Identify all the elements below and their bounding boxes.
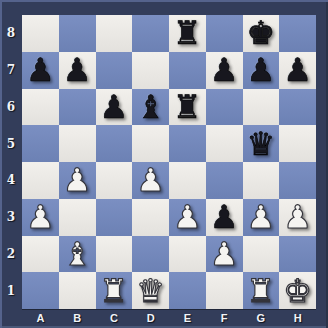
black-pawn[interactable]: ♟: [26, 54, 55, 86]
square-d7[interactable]: [132, 52, 169, 89]
square-a4[interactable]: [22, 162, 59, 199]
square-h8[interactable]: [279, 15, 316, 52]
square-h3[interactable]: ♟: [279, 199, 316, 236]
file-label-f: F: [206, 312, 243, 324]
square-e1[interactable]: [169, 272, 206, 309]
white-rook[interactable]: ♜: [100, 275, 129, 307]
file-labels: ABCDEFGH: [22, 310, 316, 326]
square-e7[interactable]: [169, 52, 206, 89]
file-label-a: A: [22, 312, 59, 324]
square-h1[interactable]: ♚: [279, 272, 316, 309]
square-f6[interactable]: [206, 89, 243, 126]
square-b6[interactable]: [59, 89, 96, 126]
white-rook[interactable]: ♜: [247, 275, 276, 307]
black-pawn[interactable]: ♟: [63, 54, 92, 86]
file-label-e: E: [169, 312, 206, 324]
square-g7[interactable]: ♟: [243, 52, 280, 89]
white-pawn[interactable]: ♟: [247, 201, 276, 233]
rank-labels: 87654321: [0, 15, 22, 309]
white-pawn[interactable]: ♟: [173, 201, 202, 233]
square-c5[interactable]: [96, 125, 133, 162]
square-f2[interactable]: ♟: [206, 236, 243, 273]
black-pawn[interactable]: ♟: [210, 201, 239, 233]
black-rook[interactable]: ♜: [173, 17, 202, 49]
square-c2[interactable]: [96, 236, 133, 273]
square-g3[interactable]: ♟: [243, 199, 280, 236]
rank-label-6: 6: [0, 89, 22, 126]
square-h6[interactable]: [279, 89, 316, 126]
file-label-h: H: [279, 312, 316, 324]
square-d6[interactable]: ♝: [132, 89, 169, 126]
rank-label-3: 3: [0, 199, 22, 236]
square-g1[interactable]: ♜: [243, 272, 280, 309]
square-h2[interactable]: [279, 236, 316, 273]
square-d4[interactable]: ♟: [132, 162, 169, 199]
square-d2[interactable]: [132, 236, 169, 273]
square-a7[interactable]: ♟: [22, 52, 59, 89]
square-e5[interactable]: [169, 125, 206, 162]
square-c6[interactable]: ♟: [96, 89, 133, 126]
square-a3[interactable]: ♟: [22, 199, 59, 236]
black-king[interactable]: ♚: [247, 17, 276, 49]
square-e8[interactable]: ♜: [169, 15, 206, 52]
chess-diagram-frame: 87654321 ♜♚♟♟♟♟♟♟♝♜♛♟♟♟♟♟♟♟♝♟♜♛♜♚ ABCDEF…: [0, 0, 328, 328]
square-a8[interactable]: [22, 15, 59, 52]
white-pawn[interactable]: ♟: [283, 201, 312, 233]
square-b8[interactable]: [59, 15, 96, 52]
square-g4[interactable]: [243, 162, 280, 199]
square-b5[interactable]: [59, 125, 96, 162]
white-bishop[interactable]: ♝: [63, 238, 92, 270]
white-pawn[interactable]: ♟: [63, 164, 92, 196]
square-a6[interactable]: [22, 89, 59, 126]
square-h7[interactable]: ♟: [279, 52, 316, 89]
black-queen[interactable]: ♛: [247, 128, 276, 160]
square-f4[interactable]: [206, 162, 243, 199]
square-a2[interactable]: [22, 236, 59, 273]
square-h4[interactable]: [279, 162, 316, 199]
black-rook[interactable]: ♜: [173, 91, 202, 123]
black-pawn[interactable]: ♟: [283, 54, 312, 86]
square-f1[interactable]: [206, 272, 243, 309]
square-f7[interactable]: ♟: [206, 52, 243, 89]
square-d1[interactable]: ♛: [132, 272, 169, 309]
square-g2[interactable]: [243, 236, 280, 273]
square-b1[interactable]: [59, 272, 96, 309]
rank-label-2: 2: [0, 236, 22, 273]
square-e6[interactable]: ♜: [169, 89, 206, 126]
square-b7[interactable]: ♟: [59, 52, 96, 89]
white-queen[interactable]: ♛: [136, 275, 165, 307]
square-f5[interactable]: [206, 125, 243, 162]
black-pawn[interactable]: ♟: [210, 54, 239, 86]
square-b4[interactable]: ♟: [59, 162, 96, 199]
square-e4[interactable]: [169, 162, 206, 199]
square-f3[interactable]: ♟: [206, 199, 243, 236]
black-bishop[interactable]: ♝: [136, 91, 165, 123]
black-pawn[interactable]: ♟: [247, 54, 276, 86]
square-g5[interactable]: ♛: [243, 125, 280, 162]
file-label-g: G: [243, 312, 280, 324]
file-label-d: D: [132, 312, 169, 324]
white-pawn[interactable]: ♟: [210, 238, 239, 270]
square-a5[interactable]: [22, 125, 59, 162]
rank-label-8: 8: [0, 15, 22, 52]
square-c7[interactable]: [96, 52, 133, 89]
white-king[interactable]: ♚: [283, 275, 312, 307]
square-h5[interactable]: [279, 125, 316, 162]
square-c1[interactable]: ♜: [96, 272, 133, 309]
square-d5[interactable]: [132, 125, 169, 162]
square-a1[interactable]: [22, 272, 59, 309]
chess-board: ♜♚♟♟♟♟♟♟♝♜♛♟♟♟♟♟♟♟♝♟♜♛♜♚: [22, 15, 316, 310]
square-g8[interactable]: ♚: [243, 15, 280, 52]
square-c3[interactable]: [96, 199, 133, 236]
square-b3[interactable]: [59, 199, 96, 236]
rank-label-4: 4: [0, 162, 22, 199]
file-label-c: C: [96, 312, 133, 324]
square-f8[interactable]: [206, 15, 243, 52]
square-g6[interactable]: [243, 89, 280, 126]
square-c8[interactable]: [96, 15, 133, 52]
rank-label-7: 7: [0, 52, 22, 89]
square-e3[interactable]: ♟: [169, 199, 206, 236]
square-c4[interactable]: [96, 162, 133, 199]
white-pawn[interactable]: ♟: [26, 201, 55, 233]
rank-label-1: 1: [0, 272, 22, 309]
rank-label-5: 5: [0, 125, 22, 162]
square-d3[interactable]: [132, 199, 169, 236]
black-pawn[interactable]: ♟: [100, 91, 129, 123]
white-pawn[interactable]: ♟: [136, 164, 165, 196]
square-e2[interactable]: [169, 236, 206, 273]
file-label-b: B: [59, 312, 96, 324]
square-d8[interactable]: [132, 15, 169, 52]
square-b2[interactable]: ♝: [59, 236, 96, 273]
